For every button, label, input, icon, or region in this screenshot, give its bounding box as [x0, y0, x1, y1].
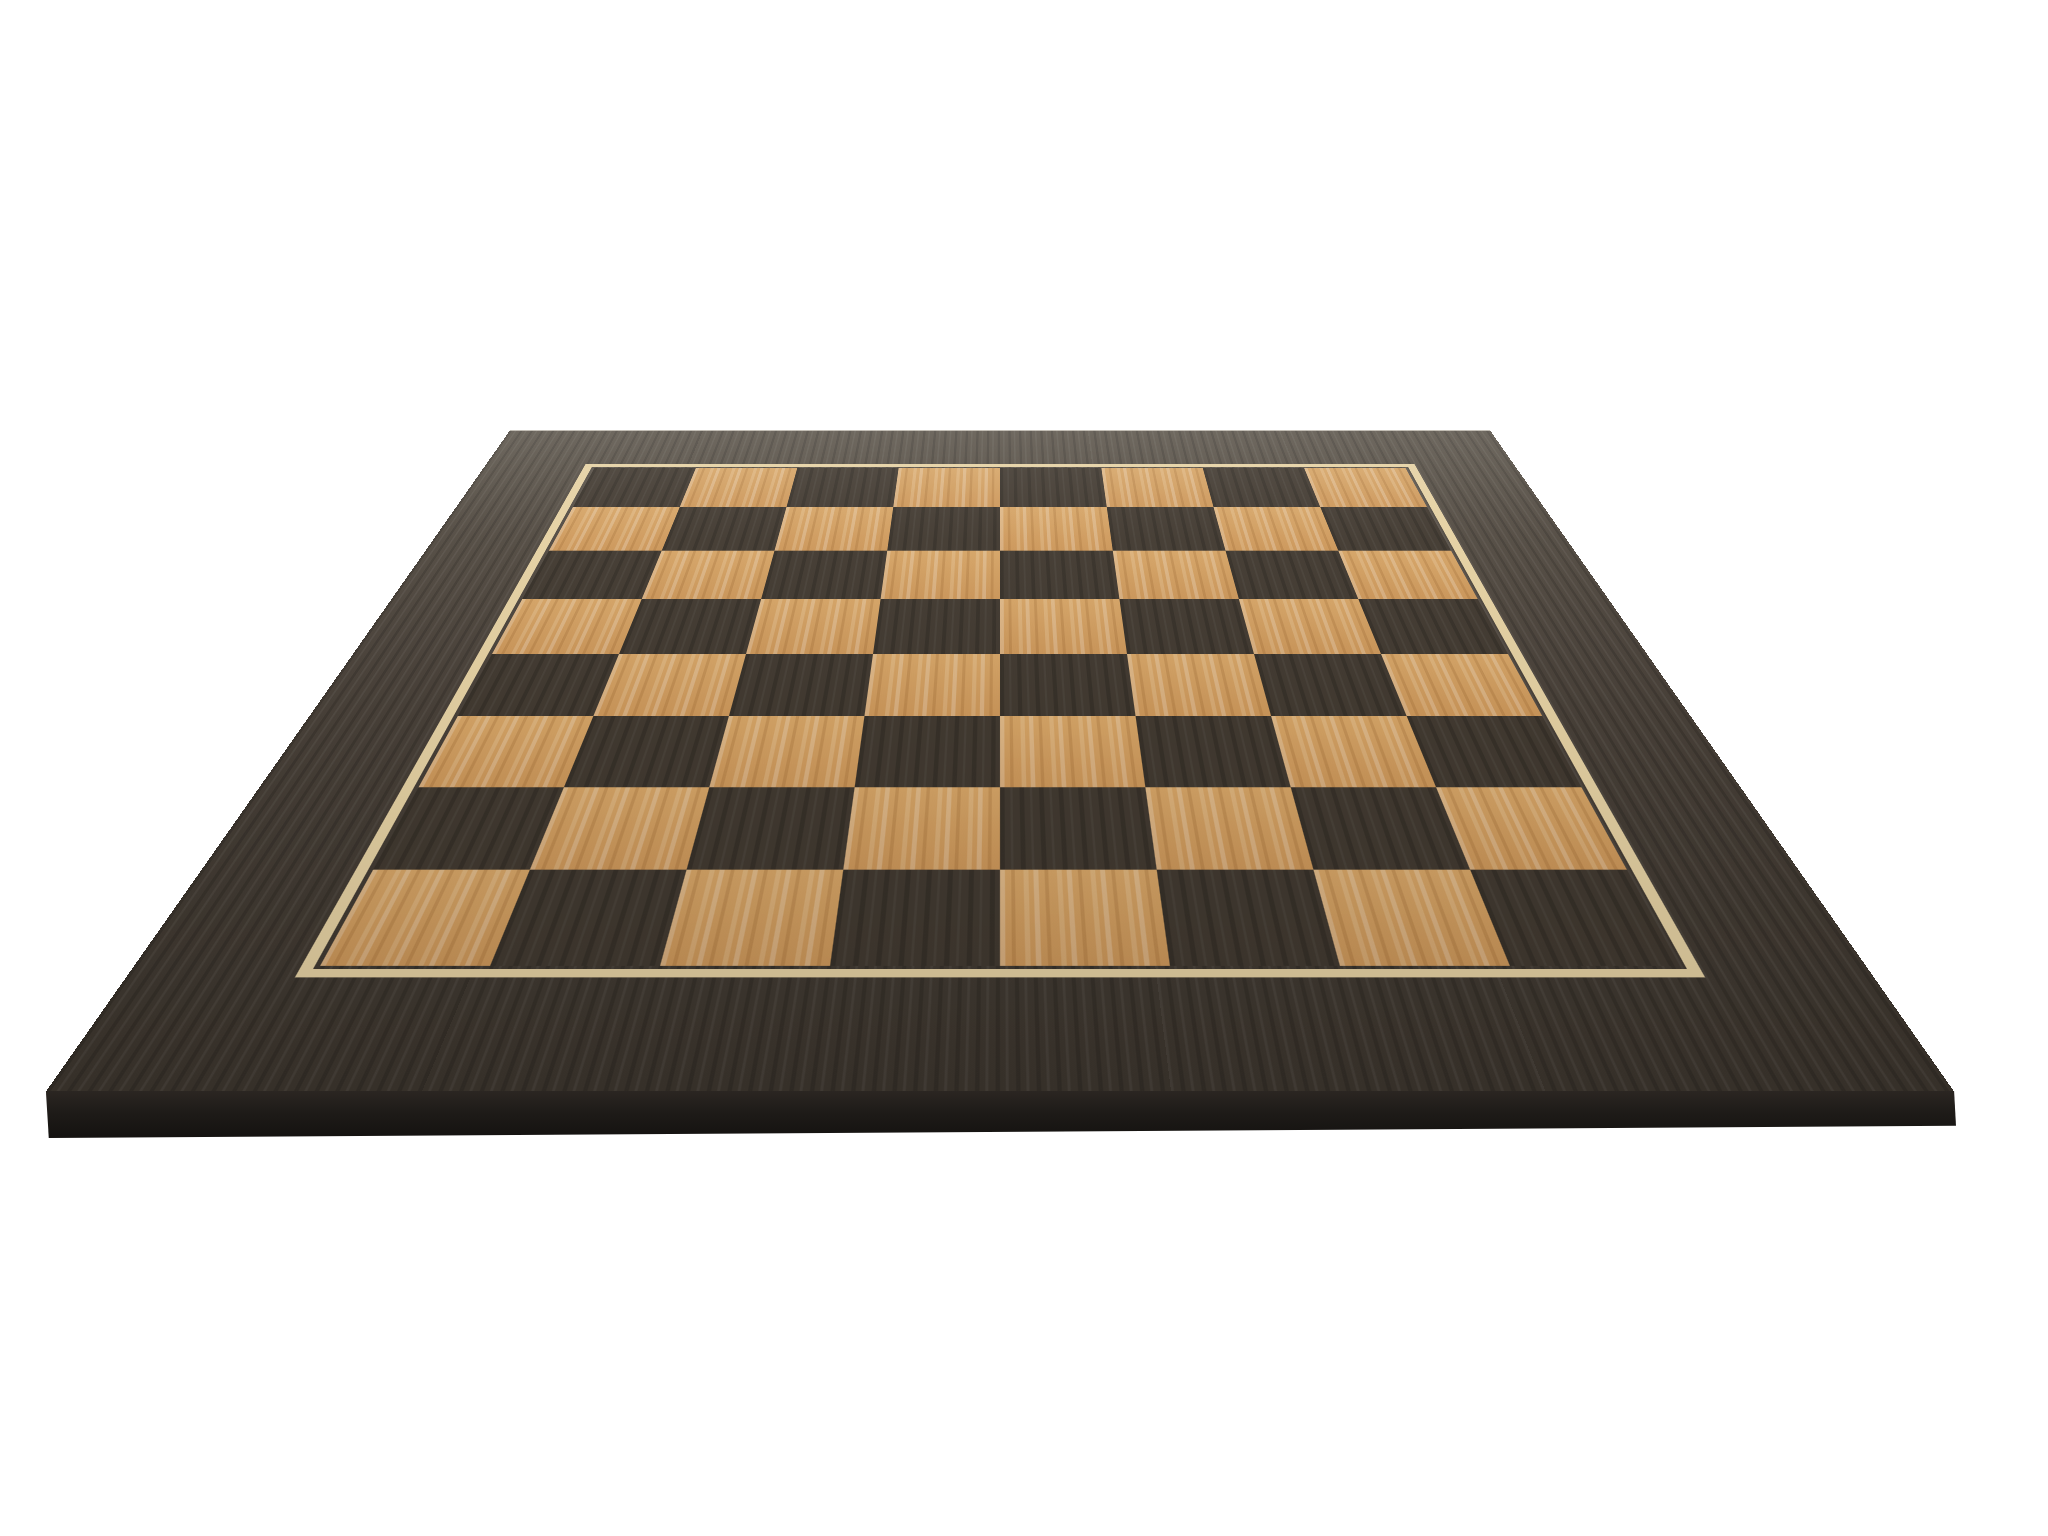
square-b4 — [593, 654, 746, 716]
square-d5 — [873, 599, 1000, 654]
square-d3 — [855, 716, 1000, 787]
square-d2 — [843, 787, 1000, 869]
square-e1 — [1000, 870, 1170, 966]
chess-board — [46, 430, 1954, 1092]
square-b8 — [680, 468, 798, 507]
square-d1 — [830, 870, 1000, 966]
square-f2 — [1145, 787, 1313, 869]
square-b3 — [564, 716, 729, 787]
square-c1 — [660, 870, 843, 966]
square-c5 — [746, 599, 881, 654]
square-h8 — [1304, 468, 1427, 507]
square-c3 — [709, 716, 864, 787]
square-d6 — [881, 551, 1000, 600]
square-f1 — [1157, 870, 1340, 966]
square-f6 — [1113, 551, 1239, 600]
square-e4 — [1000, 654, 1136, 716]
square-b5 — [619, 599, 761, 654]
square-c6 — [761, 551, 887, 600]
square-d7 — [887, 507, 1000, 550]
square-f3 — [1136, 716, 1291, 787]
square-d4 — [864, 654, 1000, 716]
square-g4 — [1254, 654, 1407, 716]
square-c7 — [774, 507, 893, 550]
square-g5 — [1239, 599, 1381, 654]
square-e6 — [1000, 551, 1119, 600]
square-g7 — [1214, 507, 1339, 550]
square-a7 — [549, 507, 680, 550]
square-f7 — [1107, 507, 1226, 550]
square-g8 — [1203, 468, 1321, 507]
square-e3 — [1000, 716, 1145, 787]
square-e7 — [1000, 507, 1113, 550]
board-edge-side — [44, 1091, 1956, 1138]
square-b7 — [662, 507, 787, 550]
square-g6 — [1226, 551, 1359, 600]
square-f5 — [1119, 599, 1254, 654]
square-e8 — [1000, 468, 1107, 507]
square-c2 — [687, 787, 855, 869]
square-b6 — [642, 551, 775, 600]
square-e5 — [1000, 599, 1127, 654]
square-a8 — [573, 468, 696, 507]
square-f4 — [1127, 654, 1271, 716]
square-d8 — [893, 468, 1000, 507]
square-c4 — [729, 654, 873, 716]
square-f8 — [1101, 468, 1213, 507]
product-photo — [0, 0, 2048, 1536]
square-c8 — [786, 468, 898, 507]
square-e2 — [1000, 787, 1157, 869]
